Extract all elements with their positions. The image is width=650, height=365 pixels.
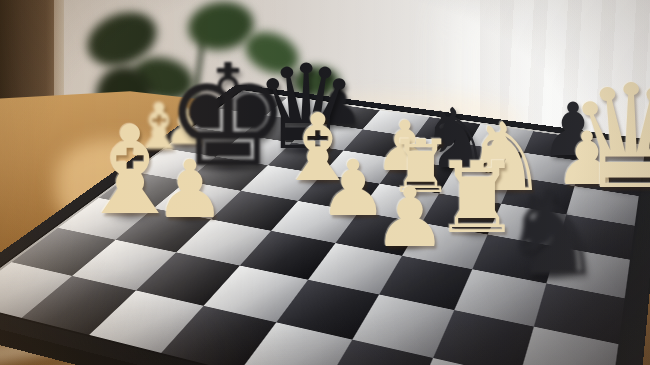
- piece-white-pawn-e2: ♟: [373, 176, 447, 258]
- piece-white-pawn-b2: ♟: [154, 150, 226, 230]
- photo-stage: ♝♟♝♟♚♛♟♝♟♟♟♜♜♞♞♟♟♛♞: [0, 0, 650, 365]
- piece-black-knight-h2: ♞: [500, 175, 605, 292]
- pieces-layer: ♝♟♝♟♚♛♟♝♟♟♟♜♜♞♞♟♟♛♞: [0, 0, 650, 365]
